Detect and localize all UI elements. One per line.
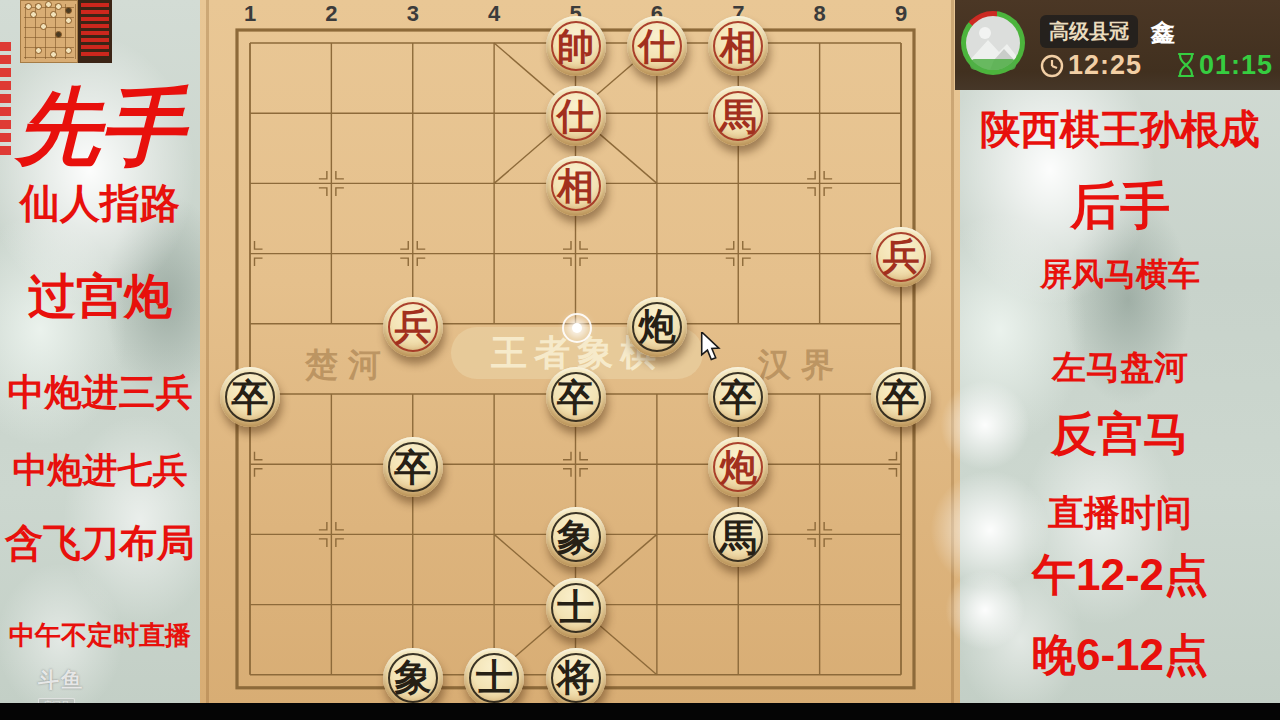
river-label-left: 楚河 <box>305 343 391 388</box>
move-highlight-dot <box>562 313 592 343</box>
piece-red-5-2[interactable]: 仕 <box>546 86 606 146</box>
piece-black-3-10[interactable]: 象 <box>383 648 443 708</box>
xiangqi-board[interactable]: 123456789 楚河 汉界 王者象棋 帥仕相仕馬相兵兵炮卒卒卒卒卒炮象馬士象… <box>200 0 960 704</box>
label-defense-2: 左马盘河 <box>960 350 1280 386</box>
total-time: 12:25 <box>1068 50 1142 81</box>
label-opening-5: 含飞刀布局 <box>0 524 200 564</box>
avatar[interactable] <box>961 11 1025 75</box>
column-number: 2 <box>316 1 346 27</box>
right-info-panel: 陕西棋王孙根成 后手 屏风马横车 左马盘河 反宫马 直播时间 午12-2点 晚6… <box>960 0 1280 704</box>
label-opening-1: 仙人指路 <box>0 182 200 224</box>
label-opening-3: 中炮进三兵 <box>0 374 200 413</box>
piece-black-5-9[interactable]: 士 <box>546 578 606 638</box>
column-number: 9 <box>886 1 916 27</box>
left-info-panel: 先手 仙人指路 过宫炮 中炮进三兵 中炮进七兵 含飞刀布局 中午不定时直播 斗鱼… <box>0 0 200 704</box>
label-opening-2: 过宫炮 <box>0 272 200 322</box>
piece-black-1-6[interactable]: 卒 <box>220 367 280 427</box>
column-number: 8 <box>805 1 835 27</box>
douyu-logo: 斗鱼 <box>38 666 96 694</box>
mouse-cursor <box>700 332 722 362</box>
avatar-fan-badge <box>970 59 1016 70</box>
mini-board <box>20 0 78 63</box>
label-first-move: 先手 <box>0 84 200 172</box>
mini-move-list <box>78 0 112 63</box>
piece-red-5-1[interactable]: 帥 <box>546 16 606 76</box>
label-time-evening: 晚6-12点 <box>960 632 1280 678</box>
player-info-overlay: 高级县冠 鑫 12:25 01:15 <box>955 0 1280 90</box>
piece-black-7-6[interactable]: 卒 <box>708 367 768 427</box>
label-defense-3: 反宫马 <box>960 410 1280 458</box>
label-opponent: 陕西棋王孙根成 <box>960 108 1280 150</box>
label-second-move: 后手 <box>960 180 1280 233</box>
label-live-time: 直播时间 <box>960 494 1280 532</box>
rank-badge: 高级县冠 <box>1040 15 1138 48</box>
label-time-noon: 午12-2点 <box>960 552 1280 598</box>
piece-black-5-10[interactable]: 将 <box>546 648 606 708</box>
piece-black-5-6[interactable]: 卒 <box>546 367 606 427</box>
piece-red-7-1[interactable]: 相 <box>708 16 768 76</box>
piece-black-5-8[interactable]: 象 <box>546 507 606 567</box>
stream-screenshot: 先手 仙人指路 过宫炮 中炮进三兵 中炮进七兵 含飞刀布局 中午不定时直播 斗鱼… <box>0 0 1280 720</box>
mini-board-thumbnail <box>20 0 112 63</box>
hourglass-icon <box>1175 52 1197 78</box>
clock-icon <box>1039 52 1065 78</box>
label-defense-1: 屏风马横车 <box>960 258 1280 292</box>
piece-black-4-10[interactable]: 士 <box>464 648 524 708</box>
piece-red-3-5[interactable]: 兵 <box>383 297 443 357</box>
piece-red-5-3[interactable]: 相 <box>546 156 606 216</box>
column-number: 1 <box>235 1 265 27</box>
piece-red-6-1[interactable]: 仕 <box>627 16 687 76</box>
piece-black-6-5[interactable]: 炮 <box>627 297 687 357</box>
bottom-letterbox-bar <box>0 703 1280 720</box>
river-label-right: 汉界 <box>758 343 844 388</box>
piece-black-3-7[interactable]: 卒 <box>383 437 443 497</box>
piece-red-9-4[interactable]: 兵 <box>871 227 931 287</box>
column-number: 4 <box>479 1 509 27</box>
move-time: 01:15 <box>1199 50 1273 81</box>
player-name: 鑫 <box>1151 17 1175 49</box>
label-schedule-note: 中午不定时直播 <box>0 622 200 649</box>
column-number: 3 <box>398 1 428 27</box>
label-opening-4: 中炮进七兵 <box>0 452 200 489</box>
piece-black-9-6[interactable]: 卒 <box>871 367 931 427</box>
